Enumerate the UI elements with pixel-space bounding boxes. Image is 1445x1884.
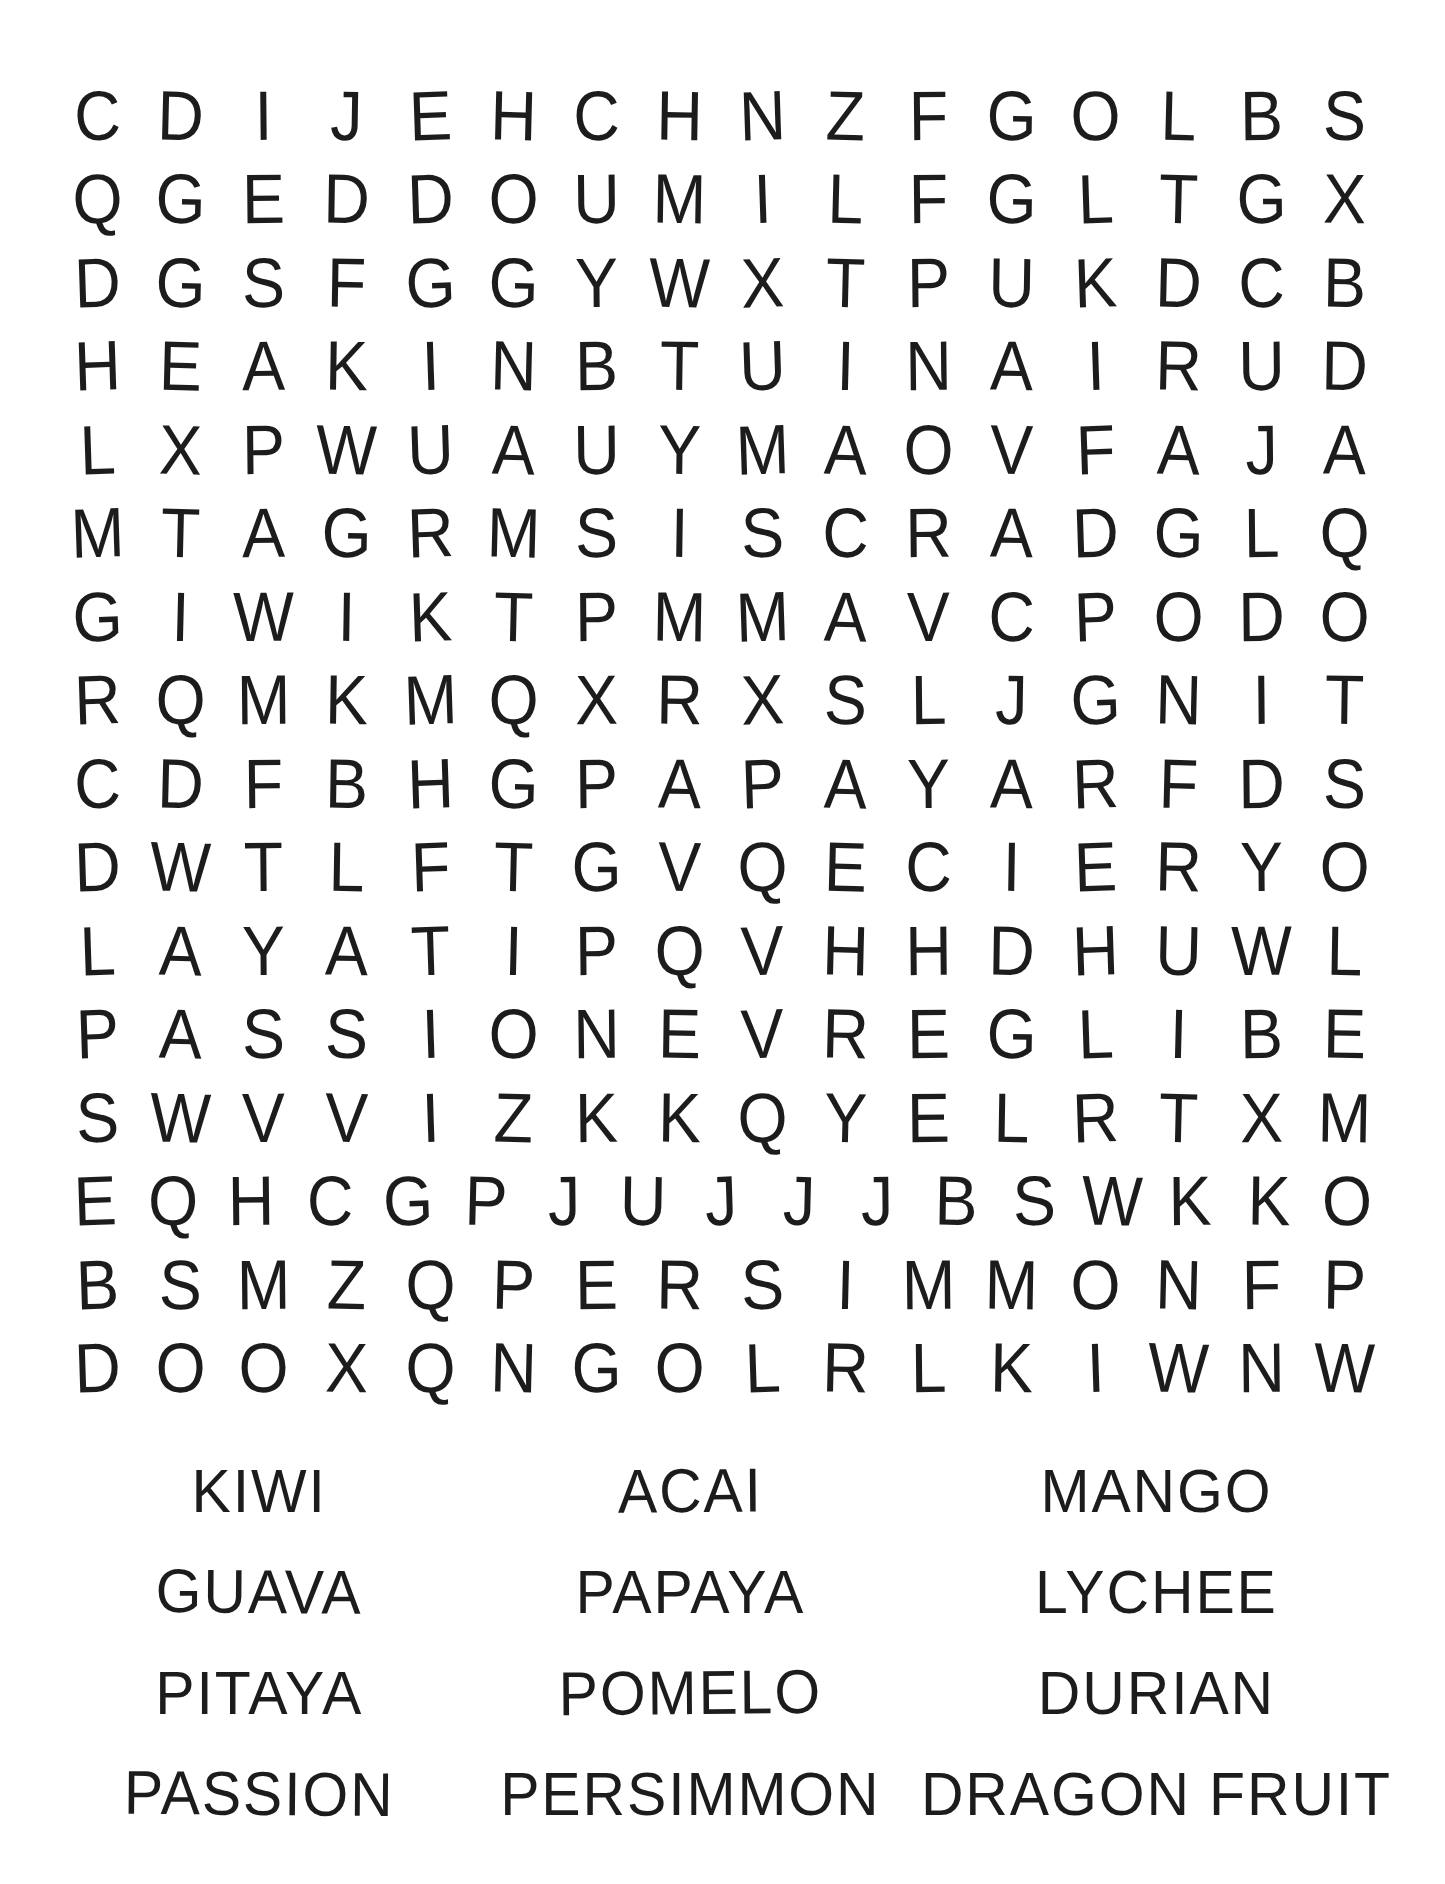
grid-cell[interactable]: J [1223,414,1300,485]
grid-cell[interactable]: B [1223,80,1300,151]
word-list-row: KIWIACAIMANGO [40,1440,1410,1541]
grid-cell[interactable]: J [762,1165,836,1237]
grid-row: CDIJEHCHNZFGOLBS [56,74,1386,158]
word-list-item[interactable]: LYCHEE [916,1561,1398,1623]
grid-cell[interactable]: P [890,247,967,318]
grid-row: PASSIONEVREGLIBE [56,993,1386,1077]
word-list-item[interactable]: DRAGON FRUIT [916,1763,1398,1825]
grid-cell[interactable]: R [1139,831,1217,903]
grid-cell[interactable]: V [308,1082,386,1153]
grid-cell[interactable]: F [225,748,302,819]
grid-cell[interactable]: Q [723,1081,802,1154]
grid-cell[interactable]: N [474,1332,552,1404]
grid-cell[interactable]: S [997,1165,1071,1238]
grid-cell[interactable]: S [58,1081,137,1154]
grid-cell[interactable]: D [142,748,220,820]
grid-cell[interactable]: E [58,1165,132,1238]
grid-cell[interactable]: L [807,163,885,235]
grid-cell[interactable]: B [1306,247,1384,318]
grid-cell[interactable]: X [308,1333,386,1404]
word-list-item[interactable]: GUAVA [51,1559,468,1625]
grid-cell[interactable]: I [723,163,802,236]
grid-cell[interactable]: K [1154,1166,1227,1237]
grid-cell[interactable]: K [1056,246,1135,319]
grid-row: LAYATIPQVHHDHUWL [56,909,1386,993]
grid-cell[interactable]: H [890,915,967,986]
grid-cell[interactable]: E [641,999,719,1070]
grid-cell[interactable]: O [474,163,552,235]
grid-cell[interactable]: P [225,414,302,485]
grid-cell[interactable]: A [973,498,1051,569]
grid-cell[interactable]: W [1306,1333,1384,1404]
word-list-item[interactable]: MANGO [916,1460,1398,1522]
grid-cell[interactable]: M [225,665,302,736]
grid-cell[interactable]: U [558,164,635,235]
grid-cell[interactable]: Y [225,915,302,986]
grid-cell[interactable]: Y [641,414,719,485]
grid-cell[interactable]: X [1223,1082,1300,1153]
grid-cell[interactable]: Y [558,247,635,318]
grid-cell[interactable]: N [558,999,635,1070]
grid-cell[interactable]: T [225,832,302,903]
grid-cell[interactable]: T [1139,163,1217,235]
grid-cell[interactable]: G [474,247,552,319]
grid-row: EQHCGPJUJJJBSWKKO [56,1160,1386,1244]
grid-cell[interactable]: A [641,748,719,819]
grid-cell[interactable]: F [1223,1249,1300,1320]
grid-cell[interactable]: U [723,330,802,403]
grid-cell[interactable]: J [973,665,1051,736]
grid-cell[interactable]: V [225,1082,302,1153]
grid-cell[interactable]: G [58,580,137,653]
grid-cell[interactable]: J [684,1165,758,1238]
grid-cell[interactable]: H [1056,914,1135,987]
grid-cell[interactable]: S [225,999,302,1070]
grid-cell[interactable]: C [807,497,885,569]
grid-cell[interactable]: D [1056,497,1135,570]
grid-cell[interactable]: A [1139,414,1217,486]
grid-cell[interactable]: M [641,581,719,652]
grid-cell[interactable]: K [973,1333,1051,1404]
grid-cell[interactable]: U [1139,915,1217,987]
grid-cell[interactable]: A [308,915,386,986]
grid-cell[interactable]: M [723,413,802,486]
grid-cell[interactable]: S [558,498,635,569]
grid-cell[interactable]: F [391,831,470,904]
word-list-item[interactable]: DURIAN [916,1662,1398,1724]
grid-cell[interactable]: I [973,832,1051,903]
grid-cell[interactable]: T [391,914,470,987]
grid-cell[interactable]: C [58,79,137,152]
grid-cell[interactable]: Z [308,1249,386,1320]
grid-cell[interactable]: M [890,1249,967,1320]
word-list-row: PITAYAPOMELODURIAN [40,1642,1410,1743]
grid-cell[interactable]: G [1056,664,1135,737]
grid-cell[interactable]: G [391,246,470,319]
grid-cell[interactable]: L [723,1332,802,1405]
grid-cell[interactable]: T [142,497,220,569]
grid-cell[interactable]: I [1056,1332,1135,1405]
grid-cell[interactable]: B [1223,999,1300,1070]
grid-cell[interactable]: R [1056,1081,1135,1154]
grid-cell[interactable]: V [723,998,802,1071]
grid-cell[interactable]: S [807,664,885,736]
grid-cell[interactable]: N [723,79,802,152]
grid-cell[interactable]: F [1056,413,1135,486]
grid-cell[interactable]: C [293,1166,366,1237]
grid-cell[interactable]: O [1310,1165,1384,1238]
grid-row: DOOXQNGOLRLKIWNW [56,1327,1386,1411]
grid-cell[interactable]: A [973,748,1051,819]
grid-cell[interactable]: W [142,831,220,903]
grid-cell[interactable]: I [391,1081,470,1154]
grid-cell[interactable]: W [1075,1165,1149,1237]
grid-cell[interactable]: L [890,665,967,736]
grid-cell[interactable]: W [1139,1332,1217,1404]
word-list-row: GUAVAPAPAYALYCHEE [40,1541,1410,1642]
grid-cell[interactable]: P [1306,1249,1384,1320]
grid-cell[interactable]: I [391,998,470,1071]
grid-cell[interactable]: M [474,497,552,569]
grid-cell[interactable]: Y [807,1082,885,1154]
grid-cell[interactable]: L [58,413,137,486]
grid-cell[interactable]: G [308,498,386,569]
grid-cell[interactable]: F [890,80,967,151]
word-list-item[interactable]: PERSIMMON [489,1763,892,1825]
letter-grid: CDIJEHCHNZFGOLBSQGEDDOUMILFGLTGXDGSFGGYW… [56,74,1386,1410]
grid-cell[interactable]: R [807,1332,885,1404]
grid-cell[interactable]: P [558,748,635,819]
grid-cell[interactable]: H [215,1166,288,1237]
grid-cell[interactable]: E [1306,999,1384,1070]
grid-cell[interactable]: R [641,665,719,736]
grid-cell[interactable]: N [1139,664,1217,736]
grid-cell[interactable]: A [142,915,220,987]
grid-cell[interactable]: J [841,1166,914,1237]
grid-cell[interactable]: U [391,413,470,486]
grid-cell[interactable]: H [641,80,719,151]
grid-cell[interactable]: U [606,1166,679,1237]
grid-cell[interactable]: P [723,747,802,820]
grid-cell[interactable]: A [807,414,885,486]
grid-cell[interactable]: G [1223,164,1300,235]
grid-cell[interactable]: Q [58,163,137,236]
grid-cell[interactable]: V [890,581,967,652]
grid-cell[interactable]: R [807,998,885,1070]
grid-cell[interactable]: I [474,915,552,987]
grid-cell[interactable]: R [890,498,967,569]
grid-cell[interactable]: D [58,246,137,319]
grid-cell[interactable]: Q [142,664,220,736]
grid-cell[interactable]: E [890,999,967,1070]
grid-cell[interactable]: O [1056,1248,1135,1321]
grid-cell[interactable]: D [1223,581,1300,652]
grid-cell[interactable]: S [308,999,386,1070]
grid-cell[interactable]: D [308,164,386,235]
grid-cell[interactable]: S [723,1248,802,1321]
grid-cell[interactable]: T [1139,1082,1217,1154]
grid-cell[interactable]: L [890,1333,967,1404]
grid-cell[interactable]: G [371,1165,445,1238]
grid-cell[interactable]: Y [890,748,967,819]
grid-cell[interactable]: E [391,79,470,152]
grid-cell[interactable]: X [142,414,220,486]
grid-cell[interactable]: W [142,1082,220,1154]
grid-cell[interactable]: I [142,581,220,653]
grid-cell[interactable]: G [973,164,1051,235]
word-list-item[interactable]: PITAYA [51,1662,467,1724]
grid-cell[interactable]: R [1056,747,1135,820]
grid-cell[interactable]: A [474,414,552,486]
grid-cell[interactable]: Y [1223,832,1300,903]
grid-cell[interactable]: B [919,1166,992,1237]
grid-cell[interactable]: M [723,580,802,653]
grid-row: CDFBHGPAPAYARFDS [56,742,1386,826]
grid-cell[interactable]: P [558,581,635,652]
grid-row: MTAGRMSISCRADGLQ [56,492,1386,576]
grid-row: QGEDDOUMILFGLTGX [56,158,1386,242]
grid-cell[interactable]: R [1139,330,1217,402]
grid-cell[interactable]: T [474,581,552,653]
grid-cell[interactable]: B [308,748,386,819]
grid-row: DWTLFTGVQECIERYO [56,826,1386,910]
grid-cell[interactable]: C [1223,247,1300,318]
grid-cell[interactable]: D [391,163,470,236]
grid-cell[interactable]: L [1223,498,1300,569]
grid-cell[interactable]: X [558,665,635,736]
grid-cell[interactable]: L [1139,80,1217,152]
grid-cell[interactable]: H [391,747,470,820]
grid-cell[interactable]: E [558,1249,635,1320]
grid-cell[interactable]: K [558,1082,635,1153]
grid-cell[interactable]: D [973,915,1051,986]
grid-cell[interactable]: U [973,247,1051,318]
grid-cell[interactable]: L [1306,915,1384,986]
grid-cell[interactable]: G [973,999,1051,1070]
grid-cell[interactable]: M [58,497,137,570]
grid-cell[interactable]: N [890,331,967,402]
grid-row: RQMKMQXRXSLJGNIT [56,659,1386,743]
grid-cell[interactable]: G [142,163,220,235]
grid-cell[interactable]: X [723,246,802,319]
grid-cell[interactable]: F [890,164,967,235]
grid-cell[interactable]: G [1139,497,1217,569]
grid-cell[interactable]: K [391,580,470,653]
grid-cell[interactable]: O [225,1333,302,1404]
grid-cell[interactable]: L [58,914,137,987]
grid-cell[interactable]: G [142,247,220,319]
grid-cell[interactable]: Z [807,80,885,152]
grid-cell[interactable]: T [474,831,552,903]
grid-cell[interactable]: R [391,497,470,570]
grid-cell[interactable]: L [973,1082,1051,1153]
grid-cell[interactable]: A [1306,414,1384,485]
grid-cell[interactable]: T [1306,665,1384,736]
grid-cell[interactable]: D [1306,331,1384,402]
grid-cell[interactable]: I [807,1249,885,1321]
grid-cell[interactable]: G [973,80,1051,151]
grid-cell[interactable]: S [1306,748,1384,819]
grid-cell[interactable]: O [1306,832,1384,903]
grid-cell[interactable]: N [474,330,552,402]
grid-cell[interactable]: M [1306,1082,1384,1153]
grid-cell[interactable]: I [1139,998,1217,1070]
grid-cell[interactable]: M [225,1249,302,1320]
grid-cell[interactable]: Q [1306,498,1384,569]
grid-cell[interactable]: X [1306,164,1384,235]
grid-cell[interactable]: I [1223,665,1300,736]
grid-cell[interactable]: S [142,1249,220,1321]
grid-cell[interactable]: C [973,581,1051,652]
grid-cell[interactable]: M [973,1249,1051,1320]
grid-cell[interactable]: I [807,330,885,402]
grid-row: HEAKINBTUINAIRUD [56,325,1386,409]
grid-cell[interactable]: V [641,832,719,903]
grid-cell[interactable]: P [558,915,635,986]
word-search-page: CDIJEHCHNZFGOLBSQGEDDOUMILFGLTGXDGSFGGYW… [0,0,1445,1884]
grid-cell[interactable]: W [225,581,302,652]
word-list-item[interactable]: KIWI [51,1460,467,1522]
grid-cell[interactable]: N [1223,1333,1300,1404]
grid-cell[interactable]: M [391,664,470,737]
grid-cell[interactable]: I [308,581,386,652]
grid-cell[interactable]: B [558,331,635,402]
grid-cell[interactable]: R [641,1249,719,1320]
grid-cell[interactable]: S [723,497,802,570]
grid-cell[interactable]: O [1056,79,1135,152]
grid-cell[interactable]: P [1056,580,1135,653]
grid-cell[interactable]: Z [474,1082,552,1154]
grid-cell[interactable]: S [1306,80,1384,151]
grid-cell[interactable]: G [558,832,635,903]
grid-cell[interactable]: A [973,331,1051,402]
grid-cell[interactable]: Q [641,915,719,986]
grid-cell[interactable]: J [308,80,386,151]
word-list-item[interactable]: POMELO [489,1660,893,1726]
grid-cell[interactable]: A [807,581,885,653]
grid-cell[interactable]: F [308,247,386,318]
grid-cell[interactable]: O [142,1332,220,1404]
grid-cell[interactable]: M [641,164,719,235]
grid-cell[interactable]: I [1056,330,1135,403]
grid-cell[interactable]: G [558,1333,635,1404]
grid-cell[interactable]: L [308,832,386,903]
grid-cell[interactable]: A [142,998,220,1070]
grid-cell[interactable]: D [1223,748,1300,819]
grid-cell[interactable]: P [58,998,137,1071]
grid-cell[interactable]: U [558,414,635,485]
grid-cell[interactable]: A [225,498,302,569]
grid-cell[interactable]: P [474,1249,552,1321]
grid-cell[interactable]: I [391,330,470,403]
grid-cell[interactable]: G [474,748,552,820]
grid-cell[interactable]: T [807,247,885,319]
word-list-item[interactable]: PAPAYA [489,1561,892,1623]
word-list-item[interactable]: PASSION [51,1761,468,1827]
grid-cell[interactable]: S [225,247,302,318]
grid-cell[interactable]: D [58,1332,137,1405]
grid-cell[interactable]: O [890,414,967,485]
grid-cell[interactable]: Q [391,1332,470,1405]
grid-cell[interactable]: L [1056,998,1135,1071]
grid-cell[interactable]: Q [137,1165,211,1237]
grid-cell[interactable]: X [723,664,802,737]
grid-row: BSMZQPERSIMMONFP [56,1243,1386,1327]
grid-cell[interactable]: Q [474,664,552,736]
grid-cell[interactable]: D [142,80,220,152]
grid-cell[interactable]: V [973,414,1051,485]
word-list: KIWIACAIMANGOGUAVAPAPAYALYCHEEPITAYAPOME… [40,1440,1410,1844]
grid-cell[interactable]: H [474,80,552,152]
grid-cell[interactable]: O [641,1333,719,1404]
grid-cell[interactable]: B [58,1248,137,1321]
grid-cell[interactable]: K [308,331,386,402]
grid-cell[interactable]: D [58,831,137,904]
grid-cell[interactable]: E [890,1082,967,1153]
grid-row: GIWIKTPMMAVCPODO [56,575,1386,659]
grid-cell[interactable]: T [641,331,719,402]
grid-cell[interactable]: Q [723,831,802,904]
grid-cell[interactable]: W [308,414,386,485]
grid-cell[interactable]: C [558,80,635,151]
grid-cell[interactable]: U [1223,331,1300,402]
grid-cell[interactable]: H [807,915,885,987]
grid-cell[interactable]: W [1223,915,1300,986]
grid-cell[interactable]: I [225,80,302,151]
grid-cell[interactable]: F [1139,748,1217,820]
grid-cell[interactable]: K [308,665,386,736]
grid-cell[interactable]: H [58,330,137,403]
grid-cell[interactable]: A [807,748,885,820]
grid-cell[interactable]: P [449,1165,523,1237]
grid-cell[interactable]: E [142,330,220,402]
grid-cell[interactable]: O [1139,581,1217,653]
grid-cell[interactable]: O [474,998,552,1070]
grid-cell[interactable]: E [1056,831,1135,904]
grid-cell[interactable]: V [723,914,802,987]
grid-cell[interactable]: K [1232,1166,1305,1237]
grid-cell[interactable]: O [1306,581,1384,652]
grid-cell[interactable]: A [225,331,302,402]
grid-cell[interactable]: L [1056,163,1135,236]
grid-cell[interactable]: W [641,247,719,318]
grid-cell[interactable]: D [1139,247,1217,319]
grid-cell[interactable]: C [890,832,967,903]
grid-cell[interactable]: J [528,1166,601,1237]
grid-cell[interactable]: I [641,498,719,569]
grid-row: SWVVIZKKQYELRTXM [56,1076,1386,1160]
grid-cell[interactable]: E [807,831,885,903]
word-list-item[interactable]: ACAI [489,1458,893,1524]
grid-cell[interactable]: Q [391,1248,470,1321]
grid-cell[interactable]: K [641,1082,719,1153]
grid-cell[interactable]: C [58,747,137,820]
word-list-row: PASSIONPERSIMMONDRAGON FRUIT [40,1743,1410,1844]
grid-cell[interactable]: R [58,664,137,737]
grid-cell[interactable]: N [1139,1249,1217,1321]
grid-cell[interactable]: E [225,164,302,235]
grid-row: DGSFGGYWXTPUKDCB [56,241,1386,325]
grid-row: LXPWUAUYMAOVFAJA [56,408,1386,492]
